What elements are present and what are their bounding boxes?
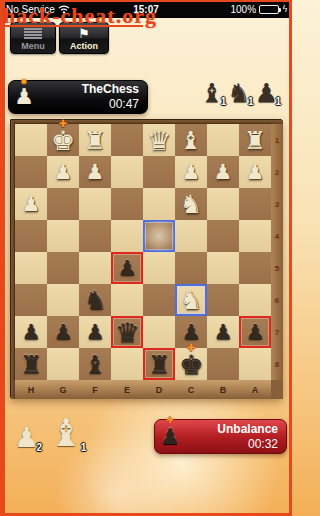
- square-e4[interactable]: [111, 220, 143, 252]
- square-e7[interactable]: ♛: [111, 316, 143, 348]
- piece-black-knight-f6[interactable]: ♞: [79, 284, 111, 316]
- square-g8[interactable]: [47, 348, 79, 380]
- piece-black-queen-e7[interactable]: ♛: [111, 316, 143, 348]
- piece-black-rook-h8[interactable]: ♜: [15, 348, 47, 380]
- square-d1[interactable]: ♛: [143, 124, 175, 156]
- captured-count: 1: [81, 443, 87, 453]
- square-h2[interactable]: [15, 156, 47, 188]
- status-bar: No Service 15:07 100% ϟ: [0, 0, 292, 18]
- menu-button-label: Menu: [21, 41, 45, 51]
- square-a1[interactable]: ♜: [239, 124, 271, 156]
- square-d3[interactable]: [143, 188, 175, 220]
- captured-count: 1: [221, 97, 227, 107]
- captured-count: 1: [275, 97, 281, 107]
- square-d7[interactable]: [143, 316, 175, 348]
- square-d8[interactable]: ♜: [143, 348, 175, 380]
- square-d2[interactable]: [143, 156, 175, 188]
- pawn-icon: ♟: [14, 424, 39, 452]
- rank-label-6: 6: [271, 296, 283, 305]
- square-h7[interactable]: ♟: [15, 316, 47, 348]
- square-e5[interactable]: ♟: [111, 252, 143, 284]
- board-squares: ♚✚♜♛♝♜♟♟♟♟♟♟♞♟♞♞♟♟♟♛♟♟♟♜♝♜♚✚: [15, 124, 271, 380]
- piece-black-bishop-f8[interactable]: ♝: [79, 348, 111, 380]
- square-g1[interactable]: ♚✚: [47, 124, 79, 156]
- square-b1[interactable]: [207, 124, 239, 156]
- piece-black-pawn-h7[interactable]: ♟: [15, 316, 47, 348]
- square-b7[interactable]: ♟: [207, 316, 239, 348]
- square-f4[interactable]: [79, 220, 111, 252]
- white-player-clock: 00:47: [39, 97, 139, 112]
- piece-black-rook-d8[interactable]: ♜: [143, 348, 175, 380]
- turn-dot-icon: [22, 79, 27, 84]
- square-a8[interactable]: [239, 348, 271, 380]
- square-h8[interactable]: ♜: [15, 348, 47, 380]
- square-c6[interactable]: ♞: [175, 284, 207, 316]
- square-a3[interactable]: [239, 188, 271, 220]
- piece-white-pawn-f2[interactable]: ♟: [79, 156, 111, 188]
- captured-pawn: ♟2: [14, 424, 39, 452]
- piece-white-pawn-a2[interactable]: ♟: [239, 156, 271, 188]
- square-c2[interactable]: ♟: [175, 156, 207, 188]
- player-panel-white: ♟ TheChess 00:47: [8, 80, 148, 114]
- black-player-clock: 00:32: [185, 437, 278, 452]
- piece-white-bishop-c1[interactable]: ♝: [175, 124, 207, 156]
- piece-white-rook-f1[interactable]: ♜: [79, 124, 111, 156]
- piece-white-pawn-b2[interactable]: ♟: [207, 156, 239, 188]
- square-a2[interactable]: ♟: [239, 156, 271, 188]
- square-a6[interactable]: [239, 284, 271, 316]
- square-g2[interactable]: ♟: [47, 156, 79, 188]
- captured-by-white-tray: ♝1♞1♟1: [200, 80, 278, 106]
- piece-black-pawn-f7[interactable]: ♟: [79, 316, 111, 348]
- charging-bolt-icon: ϟ: [282, 4, 288, 14]
- piece-black-pawn-g7[interactable]: ♟: [47, 316, 79, 348]
- rank-label-1: 1: [271, 136, 283, 145]
- square-f1[interactable]: ♜: [79, 124, 111, 156]
- square-g7[interactable]: ♟: [47, 316, 79, 348]
- file-label-b: B: [207, 385, 239, 395]
- white-player-icon: ♟: [9, 82, 39, 112]
- battery-percent: 100%: [230, 4, 256, 15]
- piece-black-pawn-e5[interactable]: ♟: [111, 252, 143, 284]
- square-d5[interactable]: [143, 252, 175, 284]
- square-a7[interactable]: ♟: [239, 316, 271, 348]
- piece-white-knight-c6[interactable]: ♞: [175, 284, 207, 316]
- square-a4[interactable]: [239, 220, 271, 252]
- piece-black-pawn-b7[interactable]: ♟: [207, 316, 239, 348]
- flag-icon: ⚑: [78, 27, 90, 40]
- square-c4[interactable]: [175, 220, 207, 252]
- captured-bishop: ♝1: [200, 80, 223, 106]
- square-f3[interactable]: [79, 188, 111, 220]
- king-cross-icon: ✚: [166, 416, 174, 425]
- piece-white-pawn-h3[interactable]: ♟: [15, 188, 47, 220]
- file-label-d: D: [143, 385, 175, 395]
- file-label-e: E: [111, 385, 143, 395]
- square-c5[interactable]: [175, 252, 207, 284]
- hamburger-icon: [24, 28, 42, 39]
- square-c8[interactable]: ♚✚: [175, 348, 207, 380]
- menu-button[interactable]: Menu: [10, 22, 56, 54]
- piece-white-knight-c3[interactable]: ♞: [175, 188, 207, 220]
- square-a5[interactable]: [239, 252, 271, 284]
- square-d6[interactable]: [143, 284, 175, 316]
- piece-white-queen-d1[interactable]: ♛: [143, 124, 175, 156]
- square-g4[interactable]: [47, 220, 79, 252]
- rank-label-2: 2: [271, 168, 283, 177]
- square-g6[interactable]: [47, 284, 79, 316]
- black-player-icon: ✚ ♟: [155, 422, 185, 452]
- white-player-name: TheChess: [39, 82, 139, 97]
- square-f7[interactable]: ♟: [79, 316, 111, 348]
- rank-label-7: 7: [271, 328, 283, 337]
- rank-label-3: 3: [271, 200, 283, 209]
- square-b5[interactable]: [207, 252, 239, 284]
- file-label-c: C: [175, 385, 207, 395]
- square-f2[interactable]: ♟: [79, 156, 111, 188]
- captured-by-black-tray: ♟2♝1: [14, 414, 83, 452]
- rank-label-5: 5: [271, 264, 283, 273]
- square-h3[interactable]: ♟: [15, 188, 47, 220]
- chess-board: ♚✚♜♛♝♜♟♟♟♟♟♟♞♟♞♞♟♟♟♛♟♟♟♜♝♜♚✚ 12345678 HG…: [10, 119, 282, 398]
- square-f8[interactable]: ♝: [79, 348, 111, 380]
- file-labels: HGFEDCBA: [15, 380, 271, 399]
- square-h1[interactable]: [15, 124, 47, 156]
- square-h4[interactable]: [15, 220, 47, 252]
- square-b3[interactable]: [207, 188, 239, 220]
- black-player-name: Unbalance: [185, 422, 278, 437]
- square-c1[interactable]: ♝: [175, 124, 207, 156]
- square-g3[interactable]: [47, 188, 79, 220]
- king-marker-icon: ✚: [59, 119, 67, 129]
- rank-labels: 12345678: [271, 124, 283, 380]
- captured-pawn: ♟1: [255, 80, 278, 106]
- player-panel-black: ✚ ♟ Unbalance 00:32: [154, 419, 287, 454]
- square-f6[interactable]: ♞: [79, 284, 111, 316]
- board-frame-corner: [271, 380, 283, 399]
- rank-label-4: 4: [271, 232, 283, 241]
- piece-white-rook-a1[interactable]: ♜: [239, 124, 271, 156]
- file-label-h: H: [15, 385, 47, 395]
- square-f5[interactable]: [79, 252, 111, 284]
- file-label-f: F: [79, 385, 111, 395]
- rank-label-8: 8: [271, 360, 283, 369]
- piece-black-pawn-a7[interactable]: ♟: [239, 316, 271, 348]
- square-c3[interactable]: ♞: [175, 188, 207, 220]
- square-e2[interactable]: [111, 156, 143, 188]
- square-h6[interactable]: [15, 284, 47, 316]
- square-b4[interactable]: [207, 220, 239, 252]
- battery-icon: [259, 5, 279, 14]
- bishop-icon: ♝: [49, 414, 83, 452]
- square-b8[interactable]: [207, 348, 239, 380]
- captured-count: 1: [248, 97, 254, 107]
- square-e3[interactable]: [111, 188, 143, 220]
- piece-white-pawn-c2[interactable]: ♟: [175, 156, 207, 188]
- piece-white-pawn-g2[interactable]: ♟: [47, 156, 79, 188]
- square-e6[interactable]: [111, 284, 143, 316]
- captured-bishop: ♝1: [49, 414, 83, 452]
- captured-count: 2: [37, 443, 43, 453]
- action-button-label: Action: [70, 41, 98, 51]
- square-e8[interactable]: [111, 348, 143, 380]
- square-b2[interactable]: ♟: [207, 156, 239, 188]
- square-b6[interactable]: [207, 284, 239, 316]
- square-g5[interactable]: [47, 252, 79, 284]
- captured-knight: ♞1: [227, 80, 250, 106]
- king-marker-icon: ✚: [187, 343, 195, 353]
- file-label-g: G: [47, 385, 79, 395]
- file-label-a: A: [239, 385, 271, 395]
- square-h5[interactable]: [15, 252, 47, 284]
- chess-app-screen: { "game": "chess", "position": { "fen": …: [0, 0, 292, 516]
- square-e1[interactable]: [111, 124, 143, 156]
- action-button[interactable]: ⚑ Action: [59, 22, 109, 54]
- square-d4[interactable]: [143, 220, 175, 252]
